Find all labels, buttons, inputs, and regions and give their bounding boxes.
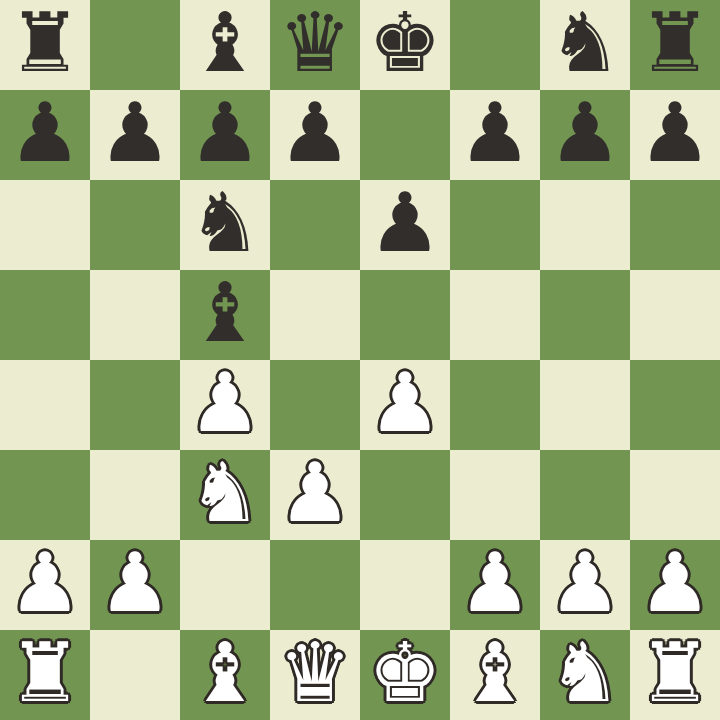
piece-white-pawn[interactable]: ♟ (548, 540, 622, 628)
square-e7[interactable] (360, 90, 450, 180)
square-c7[interactable]: ♟ (180, 90, 270, 180)
square-a2[interactable]: ♟ (0, 540, 90, 630)
square-e8[interactable]: ♚ (360, 0, 450, 90)
piece-white-knight[interactable]: ♞ (188, 450, 262, 538)
square-a5[interactable] (0, 270, 90, 360)
piece-white-pawn[interactable]: ♟ (98, 540, 172, 628)
square-h8[interactable]: ♜ (630, 0, 720, 90)
square-g8[interactable]: ♞ (540, 0, 630, 90)
piece-black-pawn[interactable]: ♟ (638, 90, 712, 178)
piece-black-pawn[interactable]: ♟ (188, 90, 262, 178)
square-g5[interactable] (540, 270, 630, 360)
square-e2[interactable] (360, 540, 450, 630)
square-h1[interactable]: ♜ (630, 630, 720, 720)
piece-white-bishop[interactable]: ♝ (188, 630, 262, 718)
square-a6[interactable] (0, 180, 90, 270)
square-h4[interactable] (630, 360, 720, 450)
square-h3[interactable] (630, 450, 720, 540)
square-a4[interactable] (0, 360, 90, 450)
square-a1[interactable]: ♜ (0, 630, 90, 720)
square-b3[interactable] (90, 450, 180, 540)
square-d7[interactable]: ♟ (270, 90, 360, 180)
square-e6[interactable]: ♟ (360, 180, 450, 270)
square-f6[interactable] (450, 180, 540, 270)
square-c2[interactable] (180, 540, 270, 630)
square-c8[interactable]: ♝ (180, 0, 270, 90)
square-c6[interactable]: ♞ (180, 180, 270, 270)
square-g1[interactable]: ♞ (540, 630, 630, 720)
square-b6[interactable] (90, 180, 180, 270)
piece-black-pawn[interactable]: ♟ (98, 90, 172, 178)
piece-white-pawn[interactable]: ♟ (368, 360, 442, 448)
piece-black-knight[interactable]: ♞ (188, 180, 262, 268)
piece-black-bishop[interactable]: ♝ (188, 0, 262, 88)
square-g7[interactable]: ♟ (540, 90, 630, 180)
piece-white-pawn[interactable]: ♟ (638, 540, 712, 628)
square-b4[interactable] (90, 360, 180, 450)
piece-white-pawn[interactable]: ♟ (8, 540, 82, 628)
piece-black-bishop[interactable]: ♝ (188, 270, 262, 358)
square-h2[interactable]: ♟ (630, 540, 720, 630)
square-c1[interactable]: ♝ (180, 630, 270, 720)
square-d5[interactable] (270, 270, 360, 360)
piece-white-rook[interactable]: ♜ (8, 630, 82, 718)
square-f7[interactable]: ♟ (450, 90, 540, 180)
piece-white-pawn[interactable]: ♟ (278, 450, 352, 538)
chess-board: ♜♝♛♚♞♜♟♟♟♟♟♟♟♞♟♝♟♟♞♟♟♟♟♟♟♜♝♛♚♝♞♜ (0, 0, 720, 720)
square-f2[interactable]: ♟ (450, 540, 540, 630)
square-c3[interactable]: ♞ (180, 450, 270, 540)
square-f1[interactable]: ♝ (450, 630, 540, 720)
square-b5[interactable] (90, 270, 180, 360)
piece-white-queen[interactable]: ♛ (278, 630, 352, 718)
square-g6[interactable] (540, 180, 630, 270)
square-d8[interactable]: ♛ (270, 0, 360, 90)
square-g2[interactable]: ♟ (540, 540, 630, 630)
square-h7[interactable]: ♟ (630, 90, 720, 180)
square-h6[interactable] (630, 180, 720, 270)
piece-black-rook[interactable]: ♜ (638, 0, 712, 88)
square-c4[interactable]: ♟ (180, 360, 270, 450)
piece-white-knight[interactable]: ♞ (548, 630, 622, 718)
square-e3[interactable] (360, 450, 450, 540)
square-d6[interactable] (270, 180, 360, 270)
square-d1[interactable]: ♛ (270, 630, 360, 720)
piece-black-queen[interactable]: ♛ (278, 0, 352, 88)
square-a7[interactable]: ♟ (0, 90, 90, 180)
square-b1[interactable] (90, 630, 180, 720)
piece-black-king[interactable]: ♚ (368, 0, 442, 88)
square-g3[interactable] (540, 450, 630, 540)
piece-white-pawn[interactable]: ♟ (188, 360, 262, 448)
piece-white-rook[interactable]: ♜ (638, 630, 712, 718)
square-c5[interactable]: ♝ (180, 270, 270, 360)
piece-black-pawn[interactable]: ♟ (368, 180, 442, 268)
square-g4[interactable] (540, 360, 630, 450)
square-d3[interactable]: ♟ (270, 450, 360, 540)
square-b8[interactable] (90, 0, 180, 90)
square-e1[interactable]: ♚ (360, 630, 450, 720)
square-b7[interactable]: ♟ (90, 90, 180, 180)
square-b2[interactable]: ♟ (90, 540, 180, 630)
square-e4[interactable]: ♟ (360, 360, 450, 450)
square-d4[interactable] (270, 360, 360, 450)
piece-white-bishop[interactable]: ♝ (458, 630, 532, 718)
piece-black-rook[interactable]: ♜ (8, 0, 82, 88)
piece-black-pawn[interactable]: ♟ (458, 90, 532, 178)
piece-black-pawn[interactable]: ♟ (548, 90, 622, 178)
piece-black-pawn[interactable]: ♟ (8, 90, 82, 178)
square-f4[interactable] (450, 360, 540, 450)
piece-white-pawn[interactable]: ♟ (458, 540, 532, 628)
square-f5[interactable] (450, 270, 540, 360)
piece-white-king[interactable]: ♚ (368, 630, 442, 718)
square-a8[interactable]: ♜ (0, 0, 90, 90)
square-f8[interactable] (450, 0, 540, 90)
square-e5[interactable] (360, 270, 450, 360)
square-a3[interactable] (0, 450, 90, 540)
square-f3[interactable] (450, 450, 540, 540)
piece-black-pawn[interactable]: ♟ (278, 90, 352, 178)
square-d2[interactable] (270, 540, 360, 630)
square-h5[interactable] (630, 270, 720, 360)
piece-black-knight[interactable]: ♞ (548, 0, 622, 88)
